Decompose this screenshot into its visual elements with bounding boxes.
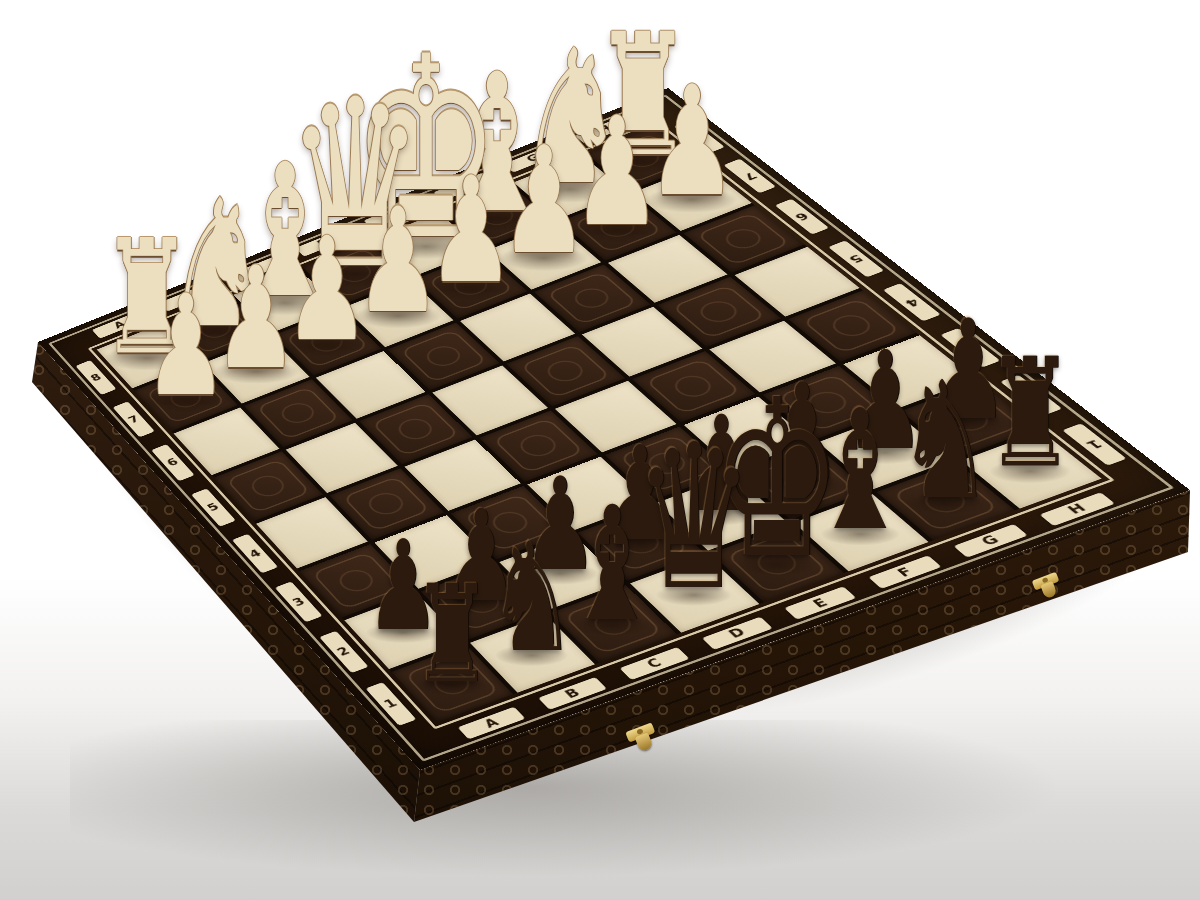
piece-black-rook-a1[interactable]: ♜ (412, 567, 492, 702)
file-label-text: F (894, 566, 915, 579)
rank-label-text: 4 (247, 548, 264, 560)
rank-label-text: 4 (902, 297, 922, 309)
chess-set-photo: 8877665544332211HHGGFFEEDDCCBBAA ♜♞♟♝♟♚♟… (0, 0, 1200, 900)
piece-black-bishop-c1[interactable]: ♝ (565, 486, 659, 644)
file-label-text: B (562, 687, 582, 701)
rank-label-text: 3 (290, 596, 307, 608)
file-label-text: C (644, 657, 664, 670)
piece-white-pawn-a7[interactable]: ♟ (144, 278, 227, 417)
brass-clasp-icon (1028, 569, 1067, 606)
piece-black-knight-g1[interactable]: ♞ (897, 360, 993, 522)
clasp-hook (635, 732, 654, 752)
board-shadow (70, 720, 1080, 880)
piece-black-knight-b1[interactable]: ♞ (487, 523, 576, 673)
rank-label-text: 2 (335, 645, 353, 657)
rank-label-text: 5 (205, 502, 221, 513)
rank-label-text: 5 (846, 253, 865, 264)
rank-label-text: 7 (126, 414, 141, 425)
piece-black-rook-h1[interactable]: ♜ (986, 340, 1075, 490)
rank-label-text: 1 (382, 697, 400, 710)
rank-label-text: 6 (165, 457, 181, 468)
rank-label-text: 6 (792, 211, 811, 222)
brass-clasp-icon (622, 719, 664, 759)
rank-label-text: 7 (741, 171, 759, 182)
rank-label-text: 1 (1083, 438, 1105, 451)
file-label-text: A (482, 716, 502, 730)
file-label-text: H (1065, 502, 1089, 516)
clasp-hook (1040, 581, 1057, 599)
file-label-text: G (979, 534, 1002, 548)
